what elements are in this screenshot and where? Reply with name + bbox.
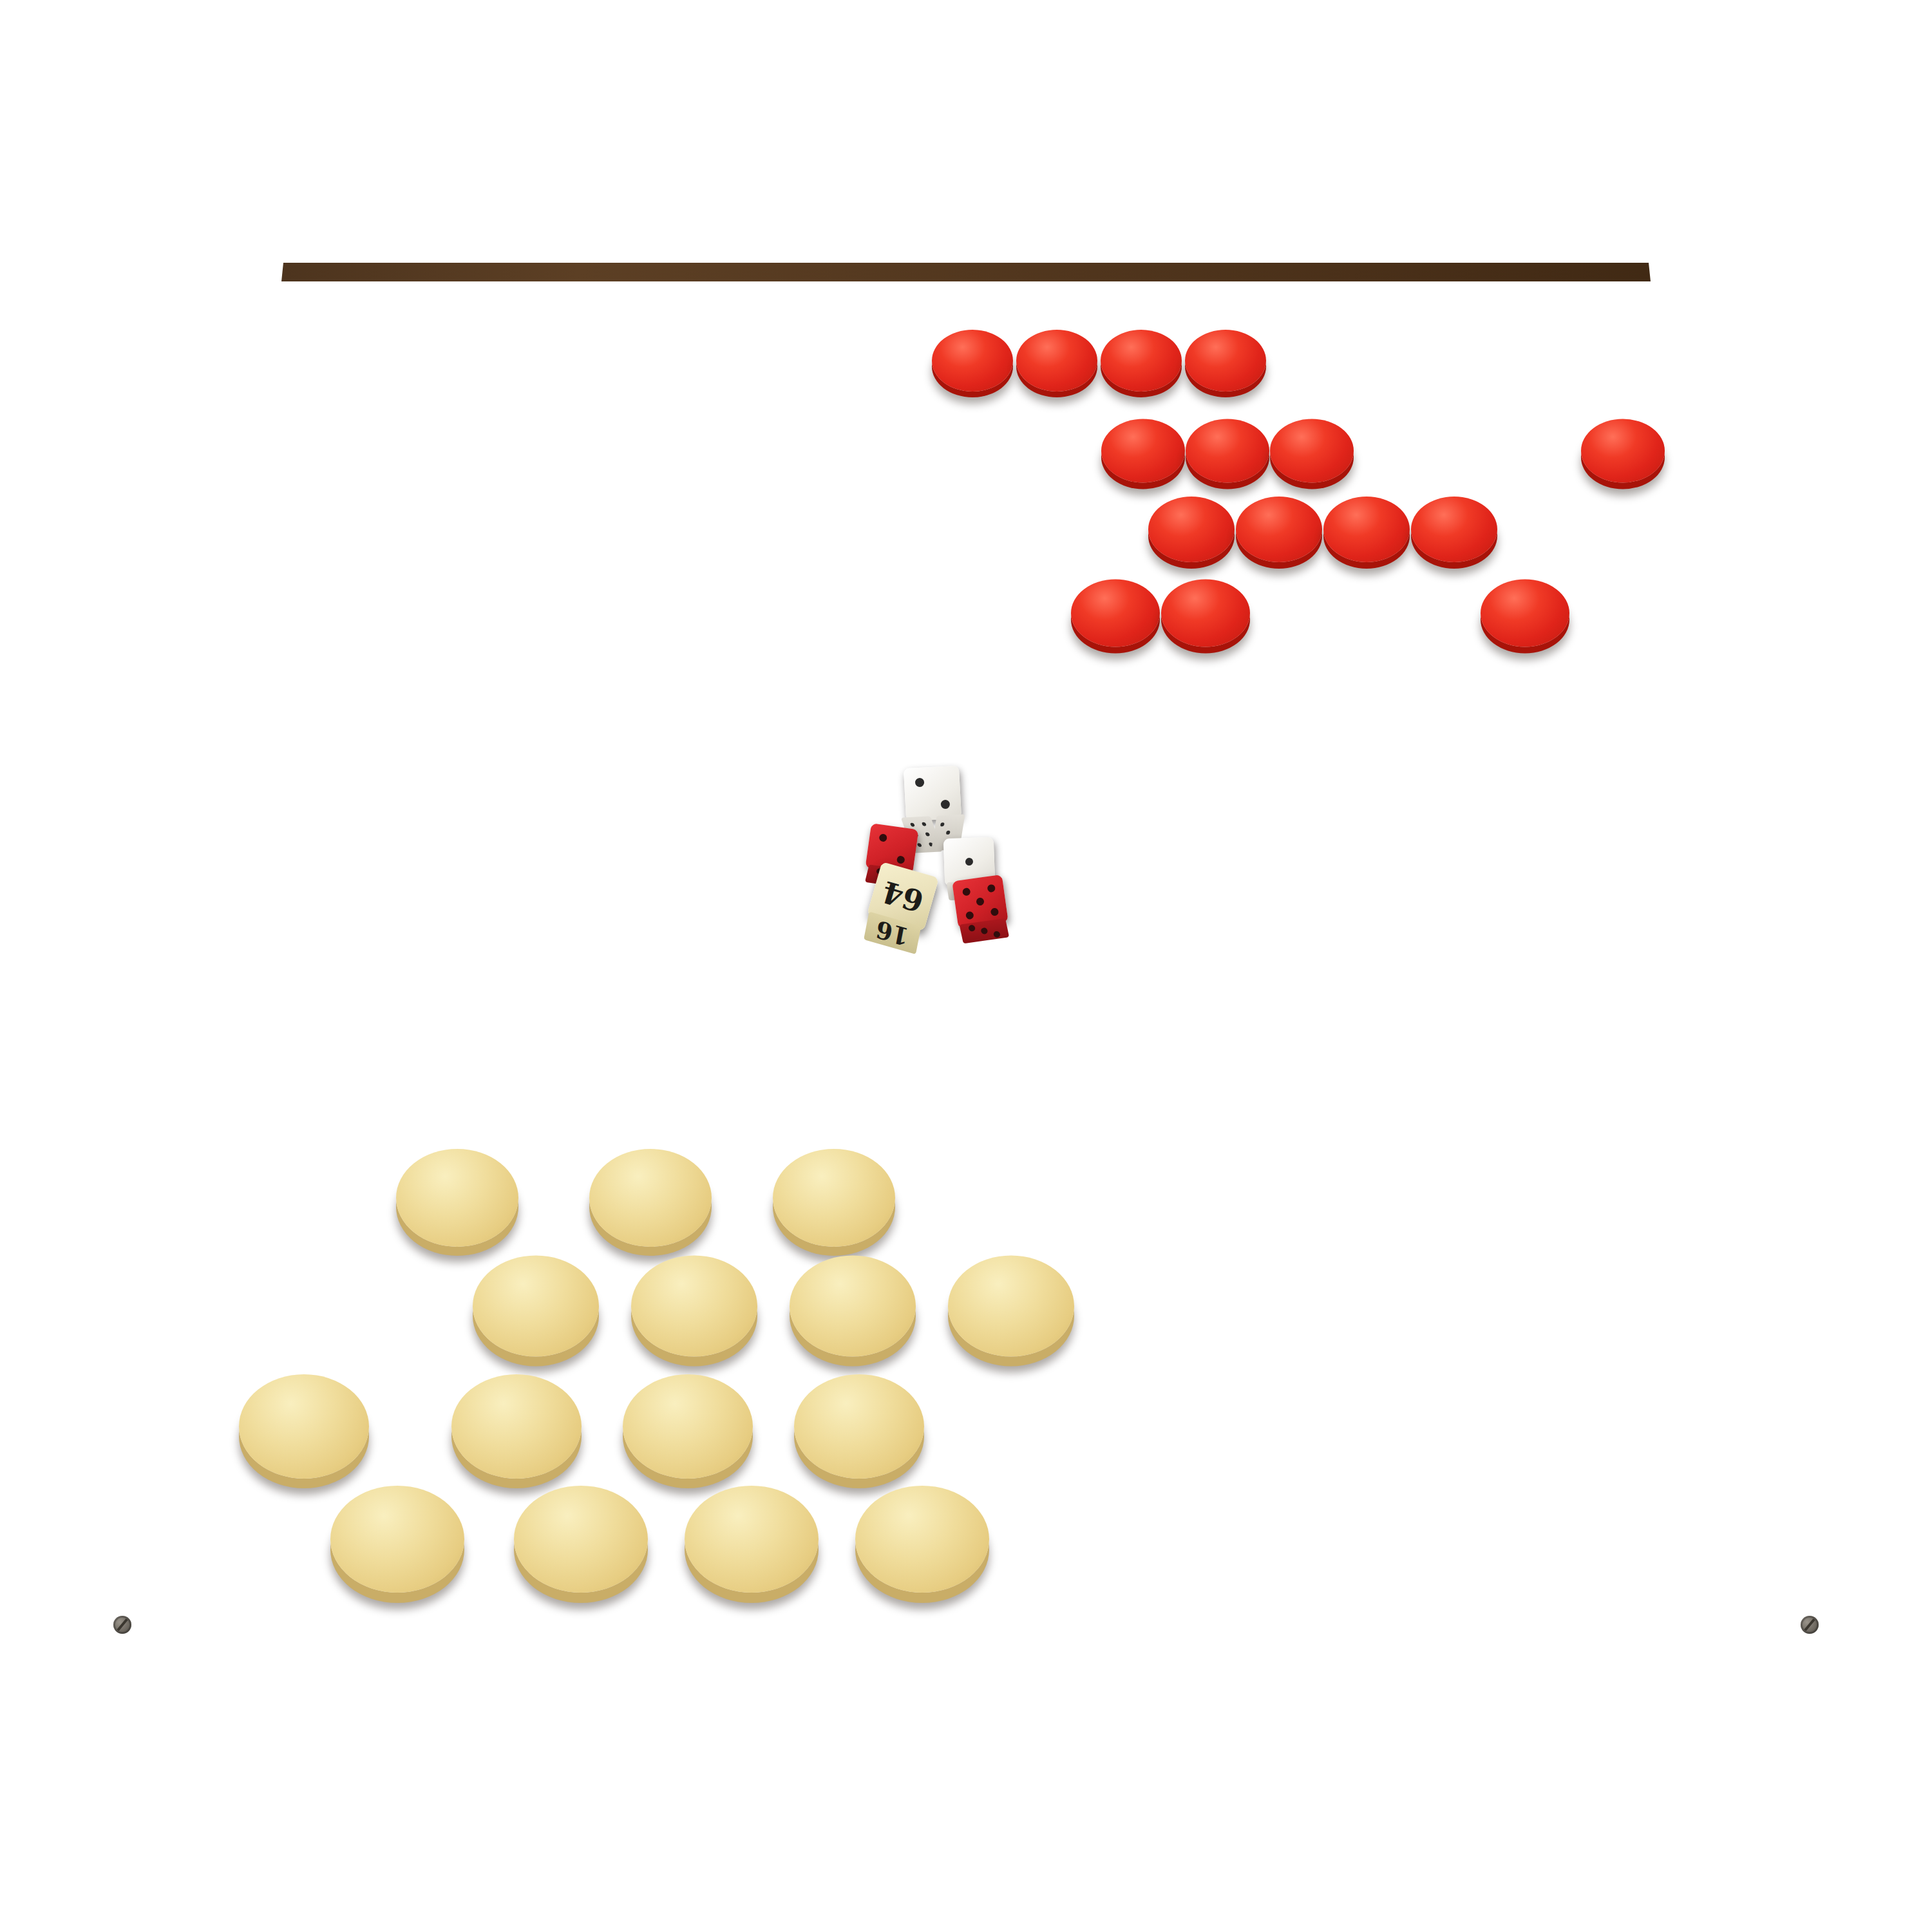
photo-canvas: 6416 <box>0 0 1932 1932</box>
die-pip <box>987 884 996 893</box>
white-die-1[interactable] <box>904 766 961 821</box>
dice-layer: 6416 <box>0 0 1932 1932</box>
die-pip <box>993 931 1001 938</box>
die-pip <box>915 778 925 788</box>
die-pip <box>990 907 999 916</box>
die-pip <box>961 887 971 896</box>
die-pip <box>946 831 951 835</box>
white-die-1-top-face <box>904 766 961 821</box>
die-pip <box>965 858 973 866</box>
die-pip <box>940 800 950 810</box>
die-pip <box>896 856 905 865</box>
die-pip <box>940 822 945 826</box>
die-pip <box>925 832 930 836</box>
die-pip <box>922 822 927 826</box>
die-pip <box>968 924 976 931</box>
die-pip <box>916 843 922 847</box>
die-pip <box>910 823 915 827</box>
die-pip <box>965 911 974 920</box>
die-pip <box>976 897 985 906</box>
backgammon-board: 6416 <box>0 0 1932 1932</box>
die-pip <box>878 833 887 842</box>
die-pip <box>980 927 988 934</box>
red-die-2[interactable] <box>952 875 1009 929</box>
